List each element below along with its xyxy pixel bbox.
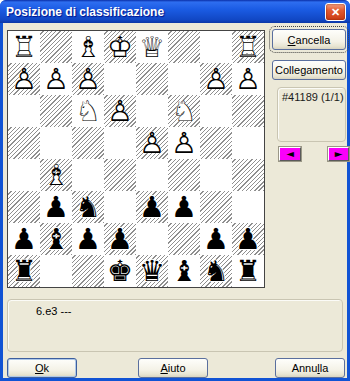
collegamento-button[interactable]: Collegamento bbox=[272, 60, 346, 80]
square-c6: ♟ bbox=[168, 191, 200, 223]
square-c4: ♟♙ bbox=[168, 127, 200, 159]
black-pawn: ♟ bbox=[232, 223, 264, 255]
square-d4: ♟♙ bbox=[136, 127, 168, 159]
square-c7 bbox=[168, 223, 200, 255]
square-e6 bbox=[104, 191, 136, 223]
title-bar: Posizione di classificazione ✕ bbox=[0, 0, 350, 23]
square-g7: ♝ bbox=[40, 223, 72, 255]
white-knight: ♘ bbox=[72, 95, 104, 127]
square-e7: ♟ bbox=[104, 223, 136, 255]
square-e5 bbox=[104, 159, 136, 191]
position-id-groupbox: #41189 (1/1) bbox=[277, 87, 346, 142]
square-f5 bbox=[72, 159, 104, 191]
square-d8: ♛ bbox=[136, 255, 168, 287]
square-g6: ♟ bbox=[40, 191, 72, 223]
left-arrow-icon: ◄ bbox=[286, 148, 294, 159]
square-b4 bbox=[200, 127, 232, 159]
square-e2 bbox=[104, 63, 136, 95]
square-b1 bbox=[200, 31, 232, 63]
square-h4 bbox=[8, 127, 40, 159]
square-f7: ♟ bbox=[72, 223, 104, 255]
square-h7: ♟ bbox=[8, 223, 40, 255]
square-e8: ♚ bbox=[104, 255, 136, 287]
square-d3 bbox=[136, 95, 168, 127]
square-d2 bbox=[136, 63, 168, 95]
square-c2 bbox=[168, 63, 200, 95]
white-pawn: ♙ bbox=[232, 63, 264, 95]
square-a8: ♜ bbox=[232, 255, 264, 287]
square-f8 bbox=[72, 255, 104, 287]
square-f1: ♝♗ bbox=[72, 31, 104, 63]
square-e1: ♚♔ bbox=[104, 31, 136, 63]
square-g8 bbox=[40, 255, 72, 287]
square-h1: ♜♖ bbox=[8, 31, 40, 63]
square-h6 bbox=[8, 191, 40, 223]
aiuto-button[interactable]: Aiuto bbox=[138, 358, 208, 378]
square-h3 bbox=[8, 95, 40, 127]
black-pawn: ♟ bbox=[168, 191, 200, 223]
moves-panel: 6.e3 --- bbox=[7, 299, 343, 352]
square-d5 bbox=[136, 159, 168, 191]
black-knight: ♞ bbox=[72, 191, 104, 223]
previous-position-button[interactable]: ◄ bbox=[279, 147, 301, 161]
white-pawn: ♙ bbox=[40, 63, 72, 95]
black-knight: ♞ bbox=[200, 255, 232, 287]
white-bishop: ♗ bbox=[40, 159, 72, 191]
dialog-body: ♜♖♝♗♚♔♛♕♜♖♟♙♟♙♟♙♟♙♟♙♞♘♟♙♞♘♟♙♟♙♝♗♟♞♟♟♟♝♟♟… bbox=[3, 23, 347, 378]
square-a5 bbox=[232, 159, 264, 191]
white-pawn: ♙ bbox=[136, 127, 168, 159]
white-knight: ♘ bbox=[168, 95, 200, 127]
square-f4 bbox=[72, 127, 104, 159]
square-c8: ♝ bbox=[168, 255, 200, 287]
position-id-label: #41189 (1/1) bbox=[282, 91, 344, 103]
square-a7: ♟ bbox=[232, 223, 264, 255]
square-b8: ♞ bbox=[200, 255, 232, 287]
square-b7: ♟ bbox=[200, 223, 232, 255]
white-queen: ♕ bbox=[136, 31, 168, 63]
black-rook: ♜ bbox=[232, 255, 264, 287]
white-rook: ♖ bbox=[8, 31, 40, 63]
ok-button[interactable]: Ok bbox=[7, 358, 77, 378]
square-b6 bbox=[200, 191, 232, 223]
white-pawn: ♙ bbox=[168, 127, 200, 159]
close-icon[interactable]: ✕ bbox=[325, 3, 346, 21]
square-h8: ♜ bbox=[8, 255, 40, 287]
square-b2: ♟♙ bbox=[200, 63, 232, 95]
white-pawn: ♙ bbox=[200, 63, 232, 95]
chess-board: ♜♖♝♗♚♔♛♕♜♖♟♙♟♙♟♙♟♙♟♙♞♘♟♙♞♘♟♙♟♙♝♗♟♞♟♟♟♝♟♟… bbox=[7, 30, 265, 288]
black-pawn: ♟ bbox=[8, 223, 40, 255]
square-g4 bbox=[40, 127, 72, 159]
square-f6: ♞ bbox=[72, 191, 104, 223]
black-pawn: ♟ bbox=[40, 191, 72, 223]
square-d1: ♛♕ bbox=[136, 31, 168, 63]
square-f3: ♞♘ bbox=[72, 95, 104, 127]
black-pawn: ♟ bbox=[200, 223, 232, 255]
square-b5 bbox=[200, 159, 232, 191]
moves-text: 6.e3 --- bbox=[36, 305, 71, 317]
square-a4 bbox=[232, 127, 264, 159]
square-g1 bbox=[40, 31, 72, 63]
square-d6: ♟ bbox=[136, 191, 168, 223]
square-a3 bbox=[232, 95, 264, 127]
annulla-button[interactable]: Annulla bbox=[275, 358, 345, 378]
white-rook: ♖ bbox=[232, 31, 264, 63]
square-h2: ♟♙ bbox=[8, 63, 40, 95]
black-pawn: ♟ bbox=[136, 191, 168, 223]
square-g5: ♝♗ bbox=[40, 159, 72, 191]
white-bishop: ♗ bbox=[72, 31, 104, 63]
square-e3: ♟♙ bbox=[104, 95, 136, 127]
square-e4 bbox=[104, 127, 136, 159]
black-bishop: ♝ bbox=[168, 255, 200, 287]
square-f2: ♟♙ bbox=[72, 63, 104, 95]
white-king: ♔ bbox=[104, 31, 136, 63]
black-bishop: ♝ bbox=[40, 223, 72, 255]
black-pawn: ♟ bbox=[104, 223, 136, 255]
right-arrow-icon: ► bbox=[335, 148, 343, 159]
square-c1 bbox=[168, 31, 200, 63]
black-rook: ♜ bbox=[8, 255, 40, 287]
black-queen: ♛ bbox=[136, 255, 168, 287]
square-h5 bbox=[8, 159, 40, 191]
cancella-button[interactable]: Cancella bbox=[272, 29, 346, 50]
white-pawn: ♙ bbox=[72, 63, 104, 95]
square-a2: ♟♙ bbox=[232, 63, 264, 95]
black-pawn: ♟ bbox=[72, 223, 104, 255]
next-position-button[interactable]: ► bbox=[328, 147, 349, 161]
square-a6 bbox=[232, 191, 264, 223]
white-pawn: ♙ bbox=[104, 95, 136, 127]
square-c3: ♞♘ bbox=[168, 95, 200, 127]
dialog-title: Posizione di classificazione bbox=[6, 5, 164, 19]
square-g3 bbox=[40, 95, 72, 127]
square-d7 bbox=[136, 223, 168, 255]
square-c5 bbox=[168, 159, 200, 191]
black-king: ♚ bbox=[104, 255, 136, 287]
white-pawn: ♙ bbox=[8, 63, 40, 95]
square-g2: ♟♙ bbox=[40, 63, 72, 95]
square-b3 bbox=[200, 95, 232, 127]
dialog-window: Posizione di classificazione ✕ ♜♖♝♗♚♔♛♕♜… bbox=[0, 0, 350, 381]
square-a1: ♜♖ bbox=[232, 31, 264, 63]
